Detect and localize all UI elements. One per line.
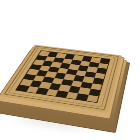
photo-background: ♜♞♝♛♚♝♞♜♟♟♟♟♟♟♟♟♟♟♟♟♟♟♟♟♜♞♝♛♚♝♞♜	[0, 0, 140, 140]
white-pawn-icon: ♟	[91, 57, 114, 68]
chess-board: ♜♞♝♛♚♝♞♜♟♟♟♟♟♟♟♟♟♟♟♟♟♟♟♟♜♞♝♛♚♝♞♜	[0, 45, 122, 113]
black-rook-icon: ♜	[78, 87, 105, 101]
